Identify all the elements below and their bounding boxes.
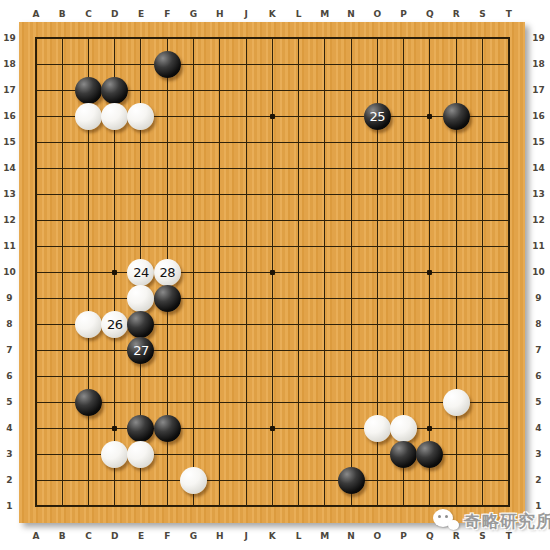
intersection-K5[interactable] <box>259 389 285 415</box>
intersection-K13[interactable] <box>259 181 285 207</box>
intersection-F14[interactable] <box>154 155 180 181</box>
intersection-L1[interactable] <box>285 493 311 519</box>
intersection-A5[interactable] <box>23 389 49 415</box>
intersection-L16[interactable] <box>285 103 311 129</box>
intersection-T18[interactable] <box>496 51 522 77</box>
intersection-R8[interactable] <box>443 311 469 337</box>
intersection-J5[interactable] <box>233 389 259 415</box>
intersection-S7[interactable] <box>469 337 495 363</box>
intersection-T14[interactable] <box>496 155 522 181</box>
intersection-F3[interactable] <box>154 441 180 467</box>
intersection-Q17[interactable] <box>417 77 443 103</box>
intersection-P12[interactable] <box>391 207 417 233</box>
intersection-L4[interactable] <box>285 415 311 441</box>
intersection-M11[interactable] <box>312 233 338 259</box>
intersection-A17[interactable] <box>23 77 49 103</box>
intersection-S5[interactable] <box>469 389 495 415</box>
intersection-L14[interactable] <box>285 155 311 181</box>
intersection-M1[interactable] <box>312 493 338 519</box>
intersection-M17[interactable] <box>312 77 338 103</box>
intersection-H17[interactable] <box>207 77 233 103</box>
intersection-H4[interactable] <box>207 415 233 441</box>
intersection-N19[interactable] <box>338 25 364 51</box>
intersection-O11[interactable] <box>364 233 390 259</box>
intersection-O9[interactable] <box>364 285 390 311</box>
intersection-P13[interactable] <box>391 181 417 207</box>
intersection-C19[interactable] <box>75 25 101 51</box>
intersection-H6[interactable] <box>207 363 233 389</box>
intersection-O8[interactable] <box>364 311 390 337</box>
intersection-B4[interactable] <box>49 415 75 441</box>
intersection-R19[interactable] <box>443 25 469 51</box>
intersection-C13[interactable] <box>75 181 101 207</box>
intersection-E10[interactable]: 24 <box>128 259 154 285</box>
intersection-T5[interactable] <box>496 389 522 415</box>
intersection-C8[interactable] <box>75 311 101 337</box>
intersection-S16[interactable] <box>469 103 495 129</box>
intersection-G2[interactable] <box>180 467 206 493</box>
intersection-O17[interactable] <box>364 77 390 103</box>
intersection-M14[interactable] <box>312 155 338 181</box>
intersection-E1[interactable] <box>128 493 154 519</box>
intersection-Q7[interactable] <box>417 337 443 363</box>
intersection-E17[interactable] <box>128 77 154 103</box>
intersection-J6[interactable] <box>233 363 259 389</box>
intersection-J14[interactable] <box>233 155 259 181</box>
intersection-R15[interactable] <box>443 129 469 155</box>
intersection-M16[interactable] <box>312 103 338 129</box>
intersection-T6[interactable] <box>496 363 522 389</box>
intersection-F19[interactable] <box>154 25 180 51</box>
intersection-E9[interactable] <box>128 285 154 311</box>
intersection-Q11[interactable] <box>417 233 443 259</box>
intersection-B5[interactable] <box>49 389 75 415</box>
intersection-M2[interactable] <box>312 467 338 493</box>
intersection-H15[interactable] <box>207 129 233 155</box>
intersection-F18[interactable] <box>154 51 180 77</box>
intersection-G1[interactable] <box>180 493 206 519</box>
intersection-M13[interactable] <box>312 181 338 207</box>
intersection-F4[interactable] <box>154 415 180 441</box>
intersection-J12[interactable] <box>233 207 259 233</box>
intersection-N18[interactable] <box>338 51 364 77</box>
intersection-S8[interactable] <box>469 311 495 337</box>
intersection-F11[interactable] <box>154 233 180 259</box>
intersection-D12[interactable] <box>102 207 128 233</box>
intersection-S3[interactable] <box>469 441 495 467</box>
intersection-P2[interactable] <box>391 467 417 493</box>
intersection-G19[interactable] <box>180 25 206 51</box>
intersection-L12[interactable] <box>285 207 311 233</box>
intersection-G3[interactable] <box>180 441 206 467</box>
intersection-A14[interactable] <box>23 155 49 181</box>
intersection-K7[interactable] <box>259 337 285 363</box>
intersection-D15[interactable] <box>102 129 128 155</box>
intersection-M18[interactable] <box>312 51 338 77</box>
intersection-J7[interactable] <box>233 337 259 363</box>
intersection-T10[interactable] <box>496 259 522 285</box>
intersection-S14[interactable] <box>469 155 495 181</box>
intersection-B7[interactable] <box>49 337 75 363</box>
intersection-G12[interactable] <box>180 207 206 233</box>
intersection-J8[interactable] <box>233 311 259 337</box>
intersection-L2[interactable] <box>285 467 311 493</box>
intersection-R9[interactable] <box>443 285 469 311</box>
intersection-T12[interactable] <box>496 207 522 233</box>
intersection-Q16[interactable] <box>417 103 443 129</box>
intersection-P7[interactable] <box>391 337 417 363</box>
intersection-H12[interactable] <box>207 207 233 233</box>
intersection-H11[interactable] <box>207 233 233 259</box>
intersection-F2[interactable] <box>154 467 180 493</box>
intersection-B8[interactable] <box>49 311 75 337</box>
intersection-K17[interactable] <box>259 77 285 103</box>
intersection-B15[interactable] <box>49 129 75 155</box>
intersection-O7[interactable] <box>364 337 390 363</box>
intersection-E13[interactable] <box>128 181 154 207</box>
intersection-B17[interactable] <box>49 77 75 103</box>
intersection-P6[interactable] <box>391 363 417 389</box>
intersection-B6[interactable] <box>49 363 75 389</box>
intersection-Q8[interactable] <box>417 311 443 337</box>
intersection-P19[interactable] <box>391 25 417 51</box>
intersection-P8[interactable] <box>391 311 417 337</box>
intersection-P1[interactable] <box>391 493 417 519</box>
intersection-N17[interactable] <box>338 77 364 103</box>
intersection-N8[interactable] <box>338 311 364 337</box>
intersection-R6[interactable] <box>443 363 469 389</box>
intersection-C7[interactable] <box>75 337 101 363</box>
intersection-N13[interactable] <box>338 181 364 207</box>
intersection-S19[interactable] <box>469 25 495 51</box>
intersection-Q10[interactable] <box>417 259 443 285</box>
intersection-N11[interactable] <box>338 233 364 259</box>
intersection-H13[interactable] <box>207 181 233 207</box>
intersection-D3[interactable] <box>102 441 128 467</box>
intersection-R4[interactable] <box>443 415 469 441</box>
intersection-A2[interactable] <box>23 467 49 493</box>
intersection-J19[interactable] <box>233 25 259 51</box>
intersection-C5[interactable] <box>75 389 101 415</box>
intersection-K10[interactable] <box>259 259 285 285</box>
intersection-L17[interactable] <box>285 77 311 103</box>
intersection-P16[interactable] <box>391 103 417 129</box>
intersection-O2[interactable] <box>364 467 390 493</box>
intersection-Q5[interactable] <box>417 389 443 415</box>
intersection-L3[interactable] <box>285 441 311 467</box>
intersection-K11[interactable] <box>259 233 285 259</box>
intersection-J4[interactable] <box>233 415 259 441</box>
intersection-T15[interactable] <box>496 129 522 155</box>
intersection-P18[interactable] <box>391 51 417 77</box>
intersection-A11[interactable] <box>23 233 49 259</box>
intersection-A12[interactable] <box>23 207 49 233</box>
intersection-F15[interactable] <box>154 129 180 155</box>
intersection-H18[interactable] <box>207 51 233 77</box>
intersection-C9[interactable] <box>75 285 101 311</box>
intersection-H8[interactable] <box>207 311 233 337</box>
intersection-O10[interactable] <box>364 259 390 285</box>
intersection-O1[interactable] <box>364 493 390 519</box>
intersection-B12[interactable] <box>49 207 75 233</box>
intersection-K18[interactable] <box>259 51 285 77</box>
intersection-O19[interactable] <box>364 25 390 51</box>
intersection-A4[interactable] <box>23 415 49 441</box>
intersection-D11[interactable] <box>102 233 128 259</box>
intersection-P9[interactable] <box>391 285 417 311</box>
intersection-S11[interactable] <box>469 233 495 259</box>
intersection-C2[interactable] <box>75 467 101 493</box>
intersection-S13[interactable] <box>469 181 495 207</box>
intersection-T7[interactable] <box>496 337 522 363</box>
intersection-K16[interactable] <box>259 103 285 129</box>
intersection-B11[interactable] <box>49 233 75 259</box>
intersection-C12[interactable] <box>75 207 101 233</box>
intersection-O6[interactable] <box>364 363 390 389</box>
intersection-B1[interactable] <box>49 493 75 519</box>
intersection-Q3[interactable] <box>417 441 443 467</box>
intersection-S2[interactable] <box>469 467 495 493</box>
intersection-J17[interactable] <box>233 77 259 103</box>
intersection-K15[interactable] <box>259 129 285 155</box>
intersection-A7[interactable] <box>23 337 49 363</box>
intersection-R16[interactable] <box>443 103 469 129</box>
intersection-R17[interactable] <box>443 77 469 103</box>
intersection-T17[interactable] <box>496 77 522 103</box>
intersection-J10[interactable] <box>233 259 259 285</box>
intersection-H16[interactable] <box>207 103 233 129</box>
intersection-L6[interactable] <box>285 363 311 389</box>
intersection-M12[interactable] <box>312 207 338 233</box>
intersection-Q4[interactable] <box>417 415 443 441</box>
intersection-E15[interactable] <box>128 129 154 155</box>
intersection-M3[interactable] <box>312 441 338 467</box>
intersection-B14[interactable] <box>49 155 75 181</box>
intersection-M15[interactable] <box>312 129 338 155</box>
intersection-H14[interactable] <box>207 155 233 181</box>
intersection-R11[interactable] <box>443 233 469 259</box>
intersection-E8[interactable] <box>128 311 154 337</box>
intersection-R10[interactable] <box>443 259 469 285</box>
intersection-T13[interactable] <box>496 181 522 207</box>
intersection-J18[interactable] <box>233 51 259 77</box>
intersection-H1[interactable] <box>207 493 233 519</box>
intersection-E12[interactable] <box>128 207 154 233</box>
intersection-N2[interactable] <box>338 467 364 493</box>
intersection-E18[interactable] <box>128 51 154 77</box>
intersection-K4[interactable] <box>259 415 285 441</box>
intersection-K1[interactable] <box>259 493 285 519</box>
intersection-K19[interactable] <box>259 25 285 51</box>
intersection-M5[interactable] <box>312 389 338 415</box>
intersection-D1[interactable] <box>102 493 128 519</box>
intersection-L13[interactable] <box>285 181 311 207</box>
intersection-H10[interactable] <box>207 259 233 285</box>
intersection-G14[interactable] <box>180 155 206 181</box>
intersection-L11[interactable] <box>285 233 311 259</box>
intersection-Q18[interactable] <box>417 51 443 77</box>
intersection-C15[interactable] <box>75 129 101 155</box>
intersection-E3[interactable] <box>128 441 154 467</box>
intersection-T11[interactable] <box>496 233 522 259</box>
intersection-E4[interactable] <box>128 415 154 441</box>
intersection-O15[interactable] <box>364 129 390 155</box>
intersection-G18[interactable] <box>180 51 206 77</box>
intersection-F8[interactable] <box>154 311 180 337</box>
intersection-A18[interactable] <box>23 51 49 77</box>
intersection-C17[interactable] <box>75 77 101 103</box>
intersection-C14[interactable] <box>75 155 101 181</box>
intersection-F10[interactable]: 28 <box>154 259 180 285</box>
intersection-D10[interactable] <box>102 259 128 285</box>
intersection-P17[interactable] <box>391 77 417 103</box>
intersection-P15[interactable] <box>391 129 417 155</box>
intersection-L18[interactable] <box>285 51 311 77</box>
intersection-N6[interactable] <box>338 363 364 389</box>
intersection-F6[interactable] <box>154 363 180 389</box>
intersection-J11[interactable] <box>233 233 259 259</box>
intersection-G5[interactable] <box>180 389 206 415</box>
intersection-H19[interactable] <box>207 25 233 51</box>
intersection-D5[interactable] <box>102 389 128 415</box>
intersection-K14[interactable] <box>259 155 285 181</box>
intersection-L9[interactable] <box>285 285 311 311</box>
intersection-B2[interactable] <box>49 467 75 493</box>
intersection-P5[interactable] <box>391 389 417 415</box>
intersection-A15[interactable] <box>23 129 49 155</box>
intersection-R3[interactable] <box>443 441 469 467</box>
intersection-L15[interactable] <box>285 129 311 155</box>
intersection-E7[interactable]: 27 <box>128 337 154 363</box>
intersection-T9[interactable] <box>496 285 522 311</box>
intersection-D17[interactable] <box>102 77 128 103</box>
intersection-A13[interactable] <box>23 181 49 207</box>
intersection-N5[interactable] <box>338 389 364 415</box>
intersection-E11[interactable] <box>128 233 154 259</box>
intersection-N14[interactable] <box>338 155 364 181</box>
intersection-R7[interactable] <box>443 337 469 363</box>
intersection-M4[interactable] <box>312 415 338 441</box>
intersection-L10[interactable] <box>285 259 311 285</box>
intersection-J16[interactable] <box>233 103 259 129</box>
intersection-E19[interactable] <box>128 25 154 51</box>
intersection-Q13[interactable] <box>417 181 443 207</box>
intersection-K9[interactable] <box>259 285 285 311</box>
intersection-Q6[interactable] <box>417 363 443 389</box>
intersection-Q2[interactable] <box>417 467 443 493</box>
intersection-B16[interactable] <box>49 103 75 129</box>
intersection-M19[interactable] <box>312 25 338 51</box>
intersection-M6[interactable] <box>312 363 338 389</box>
intersection-S6[interactable] <box>469 363 495 389</box>
intersection-T19[interactable] <box>496 25 522 51</box>
intersection-C16[interactable] <box>75 103 101 129</box>
intersection-P11[interactable] <box>391 233 417 259</box>
intersection-R18[interactable] <box>443 51 469 77</box>
intersection-G10[interactable] <box>180 259 206 285</box>
intersection-O12[interactable] <box>364 207 390 233</box>
intersection-C11[interactable] <box>75 233 101 259</box>
intersection-S9[interactable] <box>469 285 495 311</box>
intersection-G9[interactable] <box>180 285 206 311</box>
intersection-K8[interactable] <box>259 311 285 337</box>
intersection-D18[interactable] <box>102 51 128 77</box>
intersection-M7[interactable] <box>312 337 338 363</box>
intersection-L19[interactable] <box>285 25 311 51</box>
intersection-T3[interactable] <box>496 441 522 467</box>
intersection-A10[interactable] <box>23 259 49 285</box>
intersection-B3[interactable] <box>49 441 75 467</box>
intersection-J13[interactable] <box>233 181 259 207</box>
intersection-T16[interactable] <box>496 103 522 129</box>
intersection-N12[interactable] <box>338 207 364 233</box>
intersection-T4[interactable] <box>496 415 522 441</box>
intersection-Q15[interactable] <box>417 129 443 155</box>
intersection-G11[interactable] <box>180 233 206 259</box>
intersection-M8[interactable] <box>312 311 338 337</box>
intersection-A6[interactable] <box>23 363 49 389</box>
intersection-R12[interactable] <box>443 207 469 233</box>
intersection-E6[interactable] <box>128 363 154 389</box>
intersection-P10[interactable] <box>391 259 417 285</box>
intersection-C6[interactable] <box>75 363 101 389</box>
intersection-D2[interactable] <box>102 467 128 493</box>
intersection-E14[interactable] <box>128 155 154 181</box>
intersection-N10[interactable] <box>338 259 364 285</box>
intersection-F17[interactable] <box>154 77 180 103</box>
intersection-Q9[interactable] <box>417 285 443 311</box>
intersection-S4[interactable] <box>469 415 495 441</box>
intersection-D16[interactable] <box>102 103 128 129</box>
intersection-K6[interactable] <box>259 363 285 389</box>
intersection-O16[interactable]: 25 <box>364 103 390 129</box>
intersection-N7[interactable] <box>338 337 364 363</box>
intersection-N15[interactable] <box>338 129 364 155</box>
intersection-F12[interactable] <box>154 207 180 233</box>
intersection-F16[interactable] <box>154 103 180 129</box>
intersection-G16[interactable] <box>180 103 206 129</box>
intersection-G6[interactable] <box>180 363 206 389</box>
intersection-G7[interactable] <box>180 337 206 363</box>
intersection-D7[interactable] <box>102 337 128 363</box>
intersection-S12[interactable] <box>469 207 495 233</box>
intersection-K3[interactable] <box>259 441 285 467</box>
intersection-S15[interactable] <box>469 129 495 155</box>
intersection-N9[interactable] <box>338 285 364 311</box>
intersection-F13[interactable] <box>154 181 180 207</box>
intersection-M10[interactable] <box>312 259 338 285</box>
intersection-C10[interactable] <box>75 259 101 285</box>
intersection-D13[interactable] <box>102 181 128 207</box>
intersection-Q14[interactable] <box>417 155 443 181</box>
intersection-B18[interactable] <box>49 51 75 77</box>
intersection-N4[interactable] <box>338 415 364 441</box>
intersection-C4[interactable] <box>75 415 101 441</box>
intersection-D19[interactable] <box>102 25 128 51</box>
intersection-O13[interactable] <box>364 181 390 207</box>
intersection-H9[interactable] <box>207 285 233 311</box>
intersection-N16[interactable] <box>338 103 364 129</box>
intersection-K12[interactable] <box>259 207 285 233</box>
intersection-J2[interactable] <box>233 467 259 493</box>
intersection-D14[interactable] <box>102 155 128 181</box>
intersection-H5[interactable] <box>207 389 233 415</box>
intersection-M9[interactable] <box>312 285 338 311</box>
intersection-D6[interactable] <box>102 363 128 389</box>
intersection-R14[interactable] <box>443 155 469 181</box>
intersection-A8[interactable] <box>23 311 49 337</box>
intersection-N1[interactable] <box>338 493 364 519</box>
